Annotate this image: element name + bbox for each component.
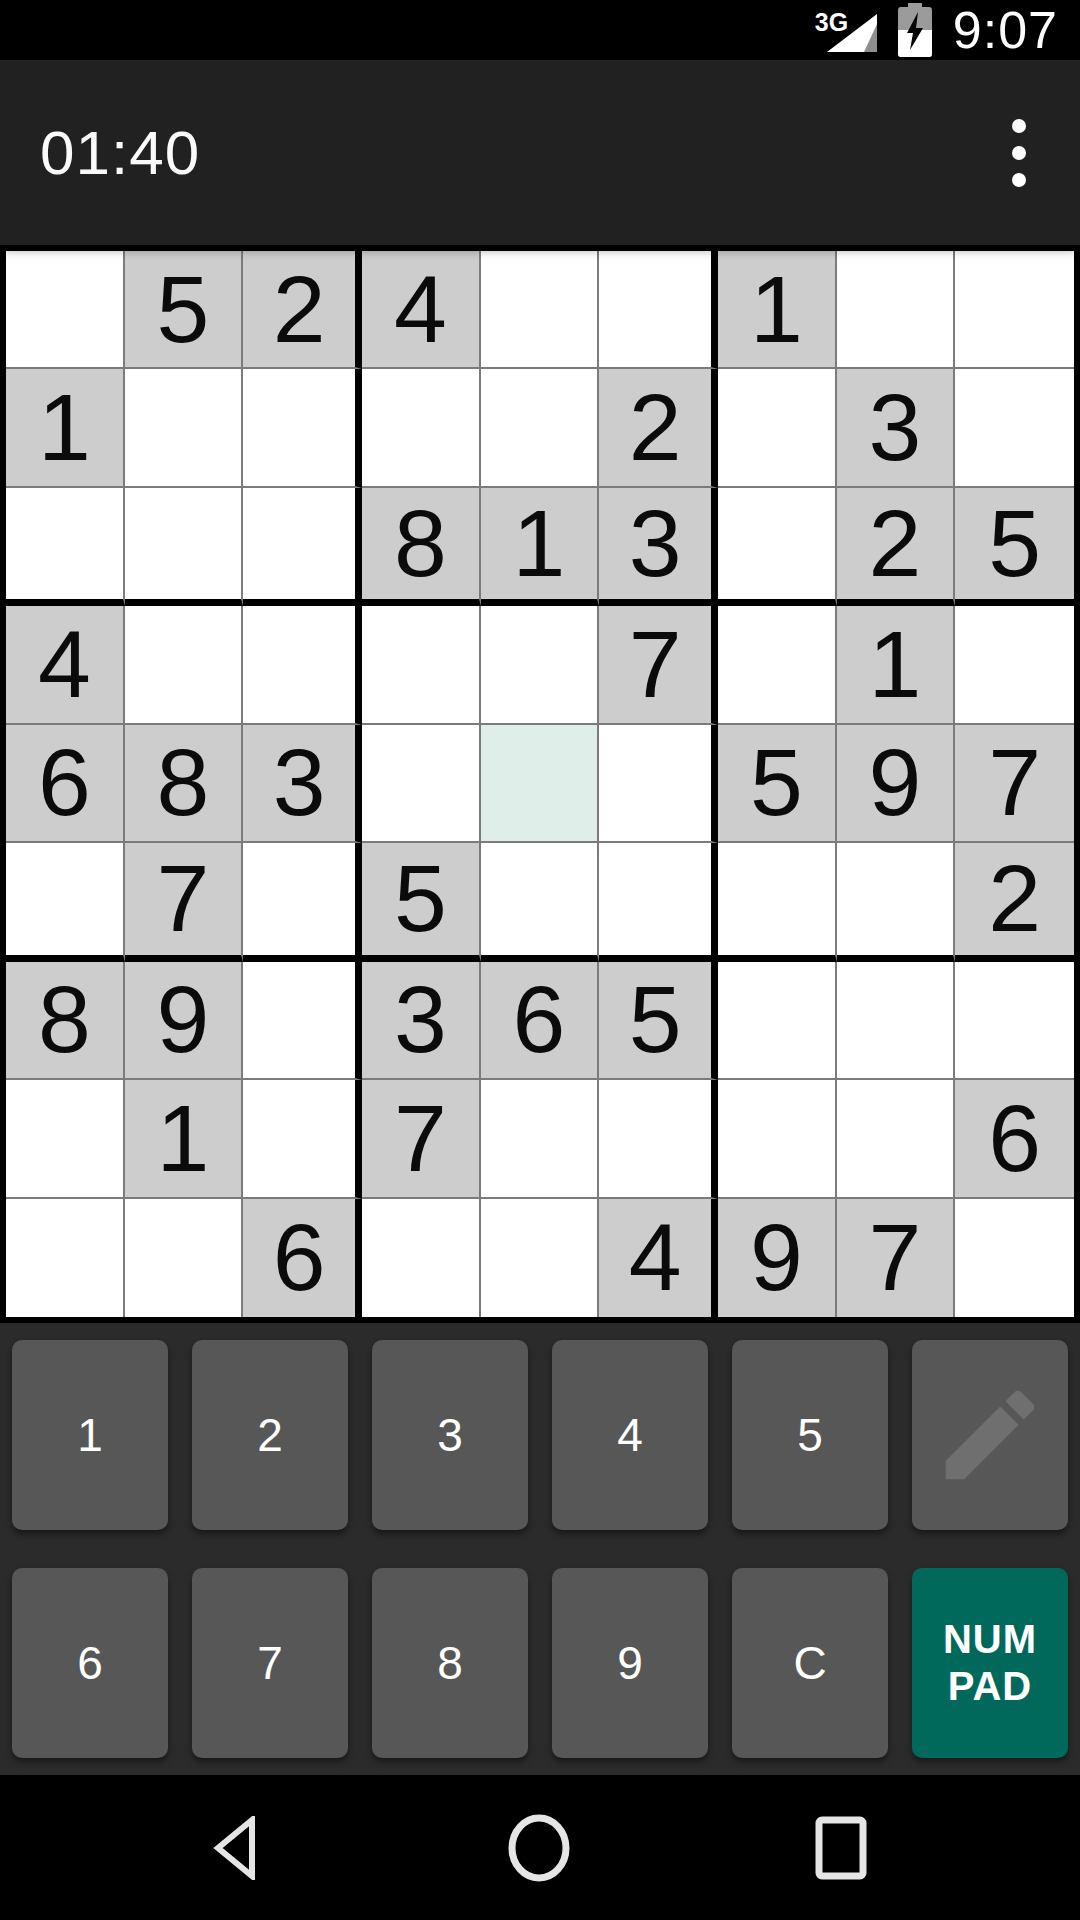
game-timer: 01:40 — [40, 117, 200, 188]
number-pad: 1 2 3 4 5 6 7 8 9 C NUM PAD — [0, 1323, 1080, 1775]
cell-r5c6[interactable] — [599, 725, 718, 843]
cell-r6c2[interactable]: 7 — [125, 843, 244, 961]
cell-r7c4[interactable]: 3 — [362, 962, 481, 1080]
digit-9-button[interactable]: 9 — [552, 1568, 708, 1758]
cell-r3c2[interactable] — [125, 488, 244, 606]
cell-r8c6[interactable] — [599, 1080, 718, 1198]
cell-r6c6[interactable] — [599, 843, 718, 961]
cell-r8c9[interactable]: 6 — [955, 1080, 1074, 1198]
digit-5-button[interactable]: 5 — [732, 1340, 888, 1530]
cell-r3c7[interactable] — [718, 488, 837, 606]
nav-recents-button[interactable] — [815, 1775, 867, 1920]
cell-r8c4[interactable]: 7 — [362, 1080, 481, 1198]
cell-r4c2[interactable] — [125, 606, 244, 724]
status-clock: 9:07 — [953, 0, 1058, 60]
app-bar: 01:40 — [0, 60, 1080, 245]
kebab-menu-icon[interactable] — [1012, 119, 1028, 187]
cell-r2c1[interactable]: 1 — [6, 369, 125, 487]
pencil-icon — [931, 1376, 1049, 1494]
cell-r6c4[interactable]: 5 — [362, 843, 481, 961]
digit-7-button[interactable]: 7 — [192, 1568, 348, 1758]
cell-r3c5[interactable]: 1 — [481, 488, 600, 606]
status-bar: 3G 9:07 — [0, 0, 1080, 60]
cell-r7c7[interactable] — [718, 962, 837, 1080]
digit-4-button[interactable]: 4 — [552, 1340, 708, 1530]
digit-2-button[interactable]: 2 — [192, 1340, 348, 1530]
cell-r4c5[interactable] — [481, 606, 600, 724]
cell-r8c8[interactable] — [837, 1080, 956, 1198]
android-nav-bar — [0, 1775, 1080, 1920]
signal-icon: 3G — [815, 6, 877, 54]
cell-r5c3[interactable]: 3 — [243, 725, 362, 843]
cell-r1c9[interactable] — [955, 251, 1074, 369]
cell-r8c3[interactable] — [243, 1080, 362, 1198]
battery-charging-icon — [897, 3, 933, 57]
numpad-toggle-line2: PAD — [948, 1663, 1032, 1710]
cell-r3c9[interactable]: 5 — [955, 488, 1074, 606]
cell-r1c8[interactable] — [837, 251, 956, 369]
signal-triangle-icon — [827, 14, 877, 52]
recents-icon — [815, 1816, 867, 1880]
cell-r9c2[interactable] — [125, 1199, 244, 1317]
cell-r2c9[interactable] — [955, 369, 1074, 487]
cell-r6c7[interactable] — [718, 843, 837, 961]
cell-r1c3[interactable]: 2 — [243, 251, 362, 369]
pencil-notes-button[interactable] — [912, 1340, 1068, 1530]
cell-r2c8[interactable]: 3 — [837, 369, 956, 487]
cell-r7c3[interactable] — [243, 962, 362, 1080]
cell-r9c1[interactable] — [6, 1199, 125, 1317]
digit-3-button[interactable]: 3 — [372, 1340, 528, 1530]
digit-1-button[interactable]: 1 — [12, 1340, 168, 1530]
sudoku-board: 524112381325471683597752893651766497 — [0, 245, 1080, 1323]
digit-8-button[interactable]: 8 — [372, 1568, 528, 1758]
cell-r5c2[interactable]: 8 — [125, 725, 244, 843]
clear-cell-button[interactable]: C — [732, 1568, 888, 1758]
cell-r9c8[interactable]: 7 — [837, 1199, 956, 1317]
cell-r2c2[interactable] — [125, 369, 244, 487]
cell-r7c5[interactable]: 6 — [481, 962, 600, 1080]
cell-r6c5[interactable] — [481, 843, 600, 961]
numpad-toggle-button[interactable]: NUM PAD — [912, 1568, 1068, 1758]
cell-r6c8[interactable] — [837, 843, 956, 961]
cell-r9c6[interactable]: 4 — [599, 1199, 718, 1317]
cell-r7c6[interactable]: 5 — [599, 962, 718, 1080]
cell-r9c5[interactable] — [481, 1199, 600, 1317]
cell-r3c1[interactable] — [6, 488, 125, 606]
cell-r8c5[interactable] — [481, 1080, 600, 1198]
cell-r2c4[interactable] — [362, 369, 481, 487]
cell-r4c9[interactable] — [955, 606, 1074, 724]
cell-r4c3[interactable] — [243, 606, 362, 724]
cell-r9c3[interactable]: 6 — [243, 1199, 362, 1317]
cell-r5c7[interactable]: 5 — [718, 725, 837, 843]
cell-r6c1[interactable] — [6, 843, 125, 961]
numpad-row-1: 1 2 3 4 5 — [12, 1340, 1068, 1530]
cell-r6c3[interactable] — [243, 843, 362, 961]
numpad-row-2: 6 7 8 9 C NUM PAD — [12, 1568, 1068, 1758]
cell-r5c5[interactable] — [481, 725, 600, 843]
cell-r4c8[interactable]: 1 — [837, 606, 956, 724]
cell-r9c4[interactable] — [362, 1199, 481, 1317]
cell-r7c9[interactable] — [955, 962, 1074, 1080]
cell-r8c1[interactable] — [6, 1080, 125, 1198]
cell-r3c4[interactable]: 8 — [362, 488, 481, 606]
cell-r7c8[interactable] — [837, 962, 956, 1080]
cell-r5c1[interactable]: 6 — [6, 725, 125, 843]
cell-r9c7[interactable]: 9 — [718, 1199, 837, 1317]
nav-home-button[interactable] — [505, 1775, 573, 1920]
cell-r4c7[interactable] — [718, 606, 837, 724]
home-icon — [505, 1814, 573, 1882]
cell-r3c6[interactable]: 3 — [599, 488, 718, 606]
cell-r5c4[interactable] — [362, 725, 481, 843]
cell-r4c1[interactable]: 4 — [6, 606, 125, 724]
cell-r4c6[interactable]: 7 — [599, 606, 718, 724]
cell-r5c9[interactable]: 7 — [955, 725, 1074, 843]
cell-r2c5[interactable] — [481, 369, 600, 487]
cell-r4c4[interactable] — [362, 606, 481, 724]
cell-r2c6[interactable]: 2 — [599, 369, 718, 487]
nav-back-button[interactable] — [210, 1775, 264, 1920]
digit-6-button[interactable]: 6 — [12, 1568, 168, 1758]
cell-r6c9[interactable]: 2 — [955, 843, 1074, 961]
cell-r2c3[interactable] — [243, 369, 362, 487]
cell-r1c7[interactable]: 1 — [718, 251, 837, 369]
cell-r2c7[interactable] — [718, 369, 837, 487]
cell-r1c4[interactable]: 4 — [362, 251, 481, 369]
cell-r1c1[interactable] — [6, 251, 125, 369]
cell-r1c5[interactable] — [481, 251, 600, 369]
cell-r8c2[interactable]: 1 — [125, 1080, 244, 1198]
cell-r5c8[interactable]: 9 — [837, 725, 956, 843]
cell-r7c2[interactable]: 9 — [125, 962, 244, 1080]
cell-r3c3[interactable] — [243, 488, 362, 606]
cell-r1c6[interactable] — [599, 251, 718, 369]
cell-r7c1[interactable]: 8 — [6, 962, 125, 1080]
cell-r3c8[interactable]: 2 — [837, 488, 956, 606]
cell-r9c9[interactable] — [955, 1199, 1074, 1317]
back-icon — [210, 1816, 264, 1880]
cell-r1c2[interactable]: 5 — [125, 251, 244, 369]
cell-r8c7[interactable] — [718, 1080, 837, 1198]
numpad-toggle-line1: NUM — [943, 1616, 1037, 1663]
